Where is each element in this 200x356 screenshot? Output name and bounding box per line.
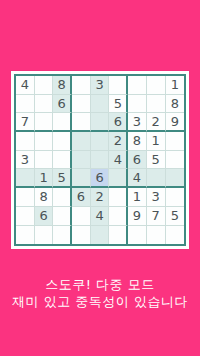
sudoku-cell-r5c6[interactable]: 4: [109, 151, 128, 170]
sudoku-cell-r6c8[interactable]: [147, 169, 166, 188]
sudoku-cell-r2c2[interactable]: [35, 95, 54, 114]
sudoku-cell-r5c3[interactable]: [53, 151, 72, 170]
sudoku-cell-r1c9[interactable]: 1: [166, 76, 185, 95]
sudoku-cell-r9c2[interactable]: [35, 226, 54, 245]
sudoku-cell-r5c9[interactable]: [166, 151, 185, 170]
sudoku-cell-r2c9[interactable]: 8: [166, 95, 185, 114]
sudoku-cell-r5c1[interactable]: 3: [16, 151, 35, 170]
sudoku-board: 483165876329281346515648621364975: [14, 74, 186, 246]
sudoku-cell-r1c5[interactable]: 3: [91, 76, 110, 95]
sudoku-cell-r9c7[interactable]: [128, 226, 147, 245]
sudoku-cell-r3c7[interactable]: 3: [128, 113, 147, 132]
sudoku-cell-r7c5[interactable]: 2: [91, 188, 110, 207]
sudoku-cell-r1c4[interactable]: [72, 76, 91, 95]
sudoku-cell-r8c1[interactable]: [16, 207, 35, 226]
sudoku-cell-r6c1[interactable]: [16, 169, 35, 188]
sudoku-cell-r5c4[interactable]: [72, 151, 91, 170]
sudoku-cell-r8c6[interactable]: [109, 207, 128, 226]
sudoku-cell-r3c8[interactable]: 2: [147, 113, 166, 132]
caption-line-2: 재미 있고 중독성이 있습니다: [0, 293, 200, 310]
sudoku-cell-r2c8[interactable]: [147, 95, 166, 114]
sudoku-cell-r4c2[interactable]: [35, 132, 54, 151]
sudoku-cell-r7c7[interactable]: 1: [128, 188, 147, 207]
sudoku-cell-r6c7[interactable]: 4: [128, 169, 147, 188]
sudoku-cell-r1c8[interactable]: [147, 76, 166, 95]
sudoku-cell-r1c3[interactable]: 8: [53, 76, 72, 95]
sudoku-cell-r6c4[interactable]: [72, 169, 91, 188]
sudoku-cell-r9c3[interactable]: [53, 226, 72, 245]
sudoku-cell-r8c5[interactable]: 4: [91, 207, 110, 226]
sudoku-cell-r2c7[interactable]: [128, 95, 147, 114]
sudoku-cell-r9c4[interactable]: [72, 226, 91, 245]
sudoku-cell-r8c8[interactable]: 7: [147, 207, 166, 226]
sudoku-board-frame: 483165876329281346515648621364975: [11, 71, 189, 249]
sudoku-cell-r7c2[interactable]: 8: [35, 188, 54, 207]
sudoku-cell-r6c9[interactable]: [166, 169, 185, 188]
sudoku-cell-r4c3[interactable]: [53, 132, 72, 151]
sudoku-cell-r9c5[interactable]: [91, 226, 110, 245]
sudoku-cell-r3c2[interactable]: [35, 113, 54, 132]
sudoku-cell-r1c2[interactable]: [35, 76, 54, 95]
sudoku-cell-r9c8[interactable]: [147, 226, 166, 245]
sudoku-cell-r2c3[interactable]: 6: [53, 95, 72, 114]
sudoku-cell-r5c5[interactable]: [91, 151, 110, 170]
sudoku-cell-r7c8[interactable]: 3: [147, 188, 166, 207]
sudoku-cell-r8c4[interactable]: [72, 207, 91, 226]
app-screenshot: 483165876329281346515648621364975 스도쿠! 다…: [0, 0, 200, 356]
sudoku-cell-r8c7[interactable]: 9: [128, 207, 147, 226]
sudoku-cell-r7c9[interactable]: [166, 188, 185, 207]
sudoku-cell-r8c3[interactable]: [53, 207, 72, 226]
caption: 스도쿠! 다중 모드 재미 있고 중독성이 있습니다: [0, 276, 200, 310]
sudoku-cell-r6c2[interactable]: 1: [35, 169, 54, 188]
sudoku-cell-r4c4[interactable]: [72, 132, 91, 151]
sudoku-cell-r4c7[interactable]: 8: [128, 132, 147, 151]
sudoku-cell-r3c9[interactable]: 9: [166, 113, 185, 132]
sudoku-cell-r9c9[interactable]: [166, 226, 185, 245]
sudoku-cell-r6c6[interactable]: [109, 169, 128, 188]
sudoku-cell-r8c9[interactable]: 5: [166, 207, 185, 226]
sudoku-cell-r4c8[interactable]: 1: [147, 132, 166, 151]
sudoku-cell-r3c1[interactable]: 7: [16, 113, 35, 132]
sudoku-cell-r9c6[interactable]: [109, 226, 128, 245]
sudoku-cell-r6c3[interactable]: 5: [53, 169, 72, 188]
sudoku-cell-r2c1[interactable]: [16, 95, 35, 114]
sudoku-cell-r1c6[interactable]: [109, 76, 128, 95]
sudoku-cell-r8c2[interactable]: 6: [35, 207, 54, 226]
sudoku-cell-r7c3[interactable]: [53, 188, 72, 207]
sudoku-cell-r3c5[interactable]: [91, 113, 110, 132]
sudoku-cell-r2c6[interactable]: 5: [109, 95, 128, 114]
sudoku-cell-r5c7[interactable]: 6: [128, 151, 147, 170]
sudoku-cell-r6c5[interactable]: 6: [91, 169, 110, 188]
sudoku-cell-r3c4[interactable]: [72, 113, 91, 132]
caption-line-1: 스도쿠! 다중 모드: [0, 276, 200, 293]
sudoku-cell-r2c4[interactable]: [72, 95, 91, 114]
sudoku-cell-r7c1[interactable]: [16, 188, 35, 207]
sudoku-cell-r3c6[interactable]: 6: [109, 113, 128, 132]
sudoku-cell-r2c5[interactable]: [91, 95, 110, 114]
sudoku-cell-r4c9[interactable]: [166, 132, 185, 151]
sudoku-cell-r5c8[interactable]: 5: [147, 151, 166, 170]
sudoku-cell-r7c6[interactable]: [109, 188, 128, 207]
sudoku-cell-r1c1[interactable]: 4: [16, 76, 35, 95]
sudoku-cell-r7c4[interactable]: 6: [72, 188, 91, 207]
sudoku-cell-r3c3[interactable]: [53, 113, 72, 132]
sudoku-cell-r1c7[interactable]: [128, 76, 147, 95]
sudoku-cell-r4c1[interactable]: [16, 132, 35, 151]
sudoku-cell-r4c6[interactable]: 2: [109, 132, 128, 151]
sudoku-cell-r5c2[interactable]: [35, 151, 54, 170]
sudoku-cell-r4c5[interactable]: [91, 132, 110, 151]
sudoku-cell-r9c1[interactable]: [16, 226, 35, 245]
